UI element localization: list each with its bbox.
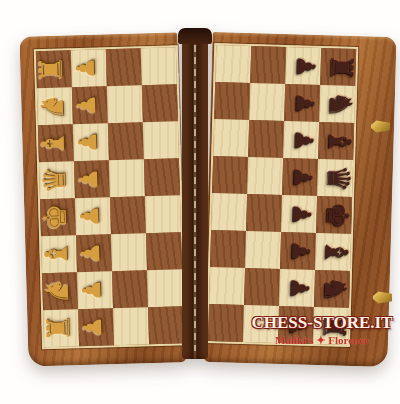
square-h4 <box>148 306 184 344</box>
square-d6 <box>247 157 283 195</box>
white-knight: ♞ <box>36 92 68 121</box>
square-c7: ♟ <box>283 121 319 159</box>
white-queen: ♛ <box>38 166 70 195</box>
square-e1: ♚ <box>40 198 76 236</box>
board-hinge <box>182 37 208 359</box>
white-king: ♚ <box>39 203 71 232</box>
white-pawn: ♟ <box>75 131 101 154</box>
square-e7: ♟ <box>281 195 317 233</box>
square-e2: ♟ <box>75 197 111 235</box>
square-g1: ♞ <box>42 272 78 310</box>
board-right-half: ♟♜♟♞♟♝♟♛♟♚♟♝♟♞♟♜ <box>203 32 396 367</box>
board-left-half: ♜♟♞♟♝♟♛♟♚♟♝♟♞♟♜♟ <box>19 32 186 366</box>
black-bishop: ♝ <box>323 127 355 156</box>
square-f1: ♝ <box>41 235 77 273</box>
square-d3 <box>109 159 145 197</box>
white-bishop: ♝ <box>37 129 69 158</box>
white-pawn: ♟ <box>78 242 104 265</box>
square-f8: ♝ <box>315 233 351 271</box>
square-g3 <box>112 270 148 308</box>
black-knight: ♞ <box>319 275 351 304</box>
black-pawn: ♟ <box>291 129 317 152</box>
square-d4 <box>144 158 180 196</box>
black-pawn: ♟ <box>288 240 314 263</box>
black-pawn: ♟ <box>286 313 312 336</box>
square-h5 <box>208 304 244 342</box>
square-e3 <box>110 196 146 234</box>
black-pawn: ♟ <box>293 55 319 78</box>
white-rook: ♜ <box>35 55 67 84</box>
black-pawn: ♟ <box>289 203 315 226</box>
black-pawn: ♟ <box>287 276 313 299</box>
square-b8: ♞ <box>319 85 355 123</box>
square-h7: ♟ <box>278 306 314 344</box>
left-half-squares: ♜♟♞♟♝♟♛♟♚♟♝♟♞♟♜♟ <box>34 45 186 349</box>
black-queen: ♛ <box>322 164 354 193</box>
white-bishop: ♝ <box>40 240 72 269</box>
square-d1: ♛ <box>39 161 75 199</box>
white-knight: ♞ <box>41 277 73 306</box>
black-pawn: ♟ <box>292 92 318 115</box>
white-pawn: ♟ <box>80 316 106 339</box>
product-photo: ♜♟♞♟♝♟♛♟♚♟♝♟♞♟♜♟ ♟♜♟♞♟♝♟♛♟♚♟♝♟♞♟♜ CHESS-… <box>0 0 400 404</box>
white-pawn: ♟ <box>73 57 99 80</box>
square-b3 <box>107 85 143 123</box>
black-rook: ♜ <box>318 312 350 341</box>
square-a5 <box>215 45 251 83</box>
square-c8: ♝ <box>318 122 354 160</box>
square-a3 <box>106 48 142 86</box>
square-c1: ♝ <box>38 124 74 162</box>
square-e4 <box>145 195 181 233</box>
square-a2: ♟ <box>71 49 107 87</box>
square-e5 <box>211 193 247 231</box>
white-pawn: ♟ <box>79 279 105 302</box>
folding-chess-board: ♜♟♞♟♝♟♛♟♚♟♝♟♞♟♜♟ ♟♜♟♞♟♝♟♛♟♚♟♝♟♞♟♜ <box>24 34 392 364</box>
square-c3 <box>108 122 144 160</box>
square-g8: ♞ <box>314 270 350 308</box>
square-b7: ♟ <box>284 84 320 122</box>
square-a4 <box>141 47 177 85</box>
square-f5 <box>210 230 246 268</box>
square-b5 <box>214 82 250 120</box>
hinge-pin <box>194 45 196 351</box>
square-g5 <box>209 267 245 305</box>
white-pawn: ♟ <box>76 168 102 191</box>
square-h6 <box>243 305 279 343</box>
square-a7: ♟ <box>285 47 321 85</box>
square-h8: ♜ <box>313 307 349 345</box>
square-a1: ♜ <box>36 50 72 88</box>
square-e8: ♚ <box>316 196 352 234</box>
square-g4 <box>147 269 183 307</box>
square-a8: ♜ <box>320 48 356 86</box>
black-rook: ♜ <box>325 53 357 82</box>
square-h2: ♟ <box>78 308 114 346</box>
square-b4 <box>142 84 178 122</box>
square-c6 <box>248 120 284 158</box>
white-pawn: ♟ <box>77 205 103 228</box>
black-pawn: ♟ <box>290 166 316 189</box>
black-king: ♚ <box>321 201 353 230</box>
square-c2: ♟ <box>73 123 109 161</box>
square-b6 <box>249 83 285 121</box>
square-g6 <box>244 268 280 306</box>
black-knight: ♞ <box>324 90 356 119</box>
square-f3 <box>111 233 147 271</box>
square-f4 <box>146 232 182 270</box>
square-b1: ♞ <box>37 87 73 125</box>
square-h3 <box>113 307 149 345</box>
square-d5 <box>212 156 248 194</box>
square-d7: ♟ <box>282 158 318 196</box>
square-f2: ♟ <box>76 234 112 272</box>
right-half-squares: ♟♜♟♞♟♝♟♛♟♚♟♝♟♞♟♜ <box>206 43 358 347</box>
square-b2: ♟ <box>72 86 108 124</box>
square-g2: ♟ <box>77 271 113 309</box>
square-d2: ♟ <box>74 160 110 198</box>
square-h1: ♜ <box>43 309 79 347</box>
hinge-knuckle <box>178 28 212 44</box>
square-g7: ♟ <box>279 269 315 307</box>
square-f6 <box>245 231 281 269</box>
square-c4 <box>143 121 179 159</box>
square-f7: ♟ <box>280 232 316 270</box>
black-bishop: ♝ <box>320 238 352 267</box>
white-pawn: ♟ <box>74 94 100 117</box>
square-c5 <box>213 119 249 157</box>
square-e6 <box>246 194 282 232</box>
square-a6 <box>250 46 286 84</box>
square-d8: ♛ <box>317 159 353 197</box>
white-rook: ♜ <box>42 314 74 343</box>
